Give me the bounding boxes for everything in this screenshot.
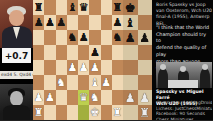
square-f8[interactable] — [89, 0, 100, 15]
white-queen-e2[interactable]: ♛ — [79, 92, 89, 103]
square-a5[interactable] — [33, 45, 44, 60]
move-list-fragment: exd4 5. Qxd4 e — [0, 71, 34, 79]
decorative-board-strip: ♚♝♟♟♟♟♜ — [123, 0, 152, 120]
square-h4[interactable] — [112, 60, 123, 75]
square-c5[interactable] — [56, 45, 67, 60]
deco-piece: ♟ — [139, 91, 150, 103]
square-c3[interactable]: ♞ — [56, 75, 67, 90]
square-e7[interactable] — [78, 15, 89, 30]
square-a8[interactable]: ♜ — [33, 0, 44, 15]
square-c7[interactable]: ♟ — [56, 15, 67, 30]
square-h5[interactable] — [112, 45, 123, 60]
deco-square — [138, 45, 153, 60]
square-f5[interactable]: ♟ — [89, 45, 100, 60]
deco-square: ♝ — [123, 15, 138, 30]
square-f7[interactable] — [89, 15, 100, 30]
chess-board: ♜♝♛♜♟♟♟♟♞♟♞♟♟♟♟♞♝♟♟♟♛♞♜♚♜ — [33, 0, 123, 120]
square-f1[interactable]: ♚ — [89, 105, 100, 120]
link-chesscom: Chess.com: AspiringDroid — [156, 100, 212, 106]
square-b7[interactable]: ♟ — [44, 15, 55, 30]
white-knight-c3[interactable]: ♞ — [56, 77, 66, 88]
white-pawn-g3[interactable]: ♟ — [101, 77, 111, 88]
square-a3[interactable] — [33, 75, 44, 90]
white-pawn-b2[interactable]: ♟ — [45, 92, 55, 103]
deco-square: ♚ — [123, 0, 138, 15]
deco-piece: ♟ — [125, 31, 136, 43]
deco-square — [123, 60, 138, 75]
black-pawn-a7[interactable]: ♟ — [34, 17, 44, 28]
photo-figure-head — [180, 66, 186, 72]
square-d2[interactable] — [67, 90, 78, 105]
square-a2[interactable]: ♟ — [33, 90, 44, 105]
deco-square — [138, 0, 153, 15]
black-bishop-d8[interactable]: ♝ — [67, 2, 77, 13]
square-g1[interactable] — [101, 105, 112, 120]
square-b3[interactable] — [44, 75, 55, 90]
square-g5[interactable] — [101, 45, 112, 60]
deco-square: ♟ — [123, 30, 138, 45]
square-d1[interactable] — [67, 105, 78, 120]
square-h2[interactable] — [112, 90, 123, 105]
square-d6[interactable]: ♞ — [67, 30, 78, 45]
square-e2[interactable]: ♛ — [78, 90, 89, 105]
square-g8[interactable] — [101, 0, 112, 15]
black-knight-h6[interactable]: ♞ — [112, 32, 122, 43]
square-h6[interactable]: ♞ — [112, 30, 123, 45]
square-b8[interactable] — [44, 0, 55, 15]
photo-spassky-young — [0, 84, 33, 120]
photo-face — [9, 10, 24, 26]
square-f4[interactable]: ♟ — [89, 60, 100, 75]
black-pawn-e6[interactable]: ♟ — [79, 32, 89, 43]
square-e6[interactable]: ♟ — [78, 30, 89, 45]
black-pawn-b7[interactable]: ♟ — [45, 17, 55, 28]
square-g4[interactable] — [101, 60, 112, 75]
square-e4[interactable]: ♟ — [78, 60, 89, 75]
link-channel-name: Chess Miniatures — [156, 117, 212, 121]
deco-piece: ♝ — [125, 16, 136, 28]
deco-square: ♟ — [138, 30, 153, 45]
square-a6[interactable] — [33, 30, 44, 45]
square-c8[interactable] — [56, 0, 67, 15]
square-a1[interactable]: ♜ — [33, 105, 44, 120]
white-pawn-e4[interactable]: ♟ — [79, 62, 89, 73]
square-c4[interactable] — [56, 60, 67, 75]
photo-face — [10, 91, 23, 106]
deco-square — [123, 45, 138, 60]
black-pawn-h7[interactable]: ♟ — [112, 17, 122, 28]
white-rook-h1[interactable]: ♜ — [112, 107, 122, 118]
deco-piece: ♜ — [139, 106, 150, 118]
square-b4[interactable] — [44, 60, 55, 75]
deco-square: ♟ — [138, 90, 153, 105]
white-king-f1[interactable]: ♚ — [90, 107, 100, 118]
white-pawn-d4[interactable]: ♟ — [67, 62, 77, 73]
engine-eval-value: +0.7 — [5, 51, 28, 61]
square-f2[interactable]: ♞ — [89, 90, 100, 105]
black-rook-h8[interactable]: ♜ — [112, 2, 122, 13]
square-c6[interactable] — [56, 30, 67, 45]
square-g2[interactable] — [101, 90, 112, 105]
square-f6[interactable] — [89, 30, 100, 45]
square-h8[interactable]: ♜ — [112, 0, 123, 15]
photo-figure — [158, 68, 168, 88]
white-bishop-f3[interactable]: ♝ — [90, 77, 100, 88]
white-pawn-a2[interactable]: ♟ — [34, 92, 44, 103]
game-title: Boris Spassky vs Joop van Oosterom, Wch … — [156, 2, 212, 27]
white-knight-f2[interactable]: ♞ — [90, 92, 100, 103]
square-d8[interactable]: ♝ — [67, 0, 78, 15]
square-h7[interactable]: ♟ — [112, 15, 123, 30]
black-rook-a8[interactable]: ♜ — [34, 2, 44, 13]
photo-figure — [200, 68, 210, 88]
black-queen-e8[interactable]: ♛ — [79, 2, 89, 13]
square-h1[interactable]: ♜ — [112, 105, 123, 120]
square-e1[interactable] — [78, 105, 89, 120]
square-e5[interactable] — [78, 45, 89, 60]
black-pawn-c7[interactable]: ♟ — [56, 17, 66, 28]
photo-figure-head — [202, 64, 208, 70]
engine-eval-badge: +0.7 — [2, 48, 31, 63]
square-d5[interactable] — [67, 45, 78, 60]
white-rook-a1[interactable]: ♜ — [34, 107, 44, 118]
square-f3[interactable]: ♝ — [89, 75, 100, 90]
square-c1[interactable] — [56, 105, 67, 120]
square-b2[interactable]: ♟ — [44, 90, 55, 105]
square-a7[interactable]: ♟ — [33, 15, 44, 30]
square-g6[interactable] — [101, 30, 112, 45]
square-a4[interactable] — [33, 60, 44, 75]
square-d4[interactable]: ♟ — [67, 60, 78, 75]
deco-piece: ♟ — [125, 91, 136, 103]
video-thumbnail: +0.7 exd4 5. Qxd4 e ♜♝♛♜♟♟♟♟♞♟♞♟♟♟♟♞♝♟♟♟… — [0, 0, 213, 120]
square-d7[interactable] — [67, 15, 78, 30]
square-h3[interactable] — [112, 75, 123, 90]
square-g7[interactable] — [101, 15, 112, 30]
deco-square — [138, 60, 153, 75]
deco-square — [123, 75, 138, 90]
square-b6[interactable] — [44, 30, 55, 45]
deco-square: ♜ — [138, 105, 153, 120]
channel-links: Chess.com: AspiringDroid Lichess: JustCh… — [156, 100, 212, 120]
black-pawn-f5[interactable]: ♟ — [90, 47, 100, 58]
deco-piece: ♚ — [125, 1, 136, 13]
square-e8[interactable]: ♛ — [78, 0, 89, 15]
square-e3[interactable] — [78, 75, 89, 90]
deco-square — [138, 15, 153, 30]
photo-figure-head — [160, 64, 166, 70]
photo-spassky-vs-farre — [156, 62, 212, 88]
deco-square — [123, 105, 138, 120]
info-text-area: Boris Spassky vs Joop van Oosterom, Wch … — [154, 0, 213, 120]
photo-spassky-older — [0, 0, 33, 48]
link-facebook: Facebook: 90 Seconds — [156, 111, 212, 117]
square-b1[interactable] — [44, 105, 55, 120]
info-panel: ♚♝♟♟♟♟♜ Boris Spassky vs Joop van Ooster… — [123, 0, 213, 120]
square-c2[interactable] — [56, 90, 67, 105]
square-b5[interactable] — [44, 45, 55, 60]
square-d3[interactable] — [67, 75, 78, 90]
deco-piece: ♟ — [139, 31, 150, 43]
black-knight-d6[interactable]: ♞ — [67, 32, 77, 43]
deco-square: ♟ — [123, 90, 138, 105]
deco-square — [138, 75, 153, 90]
square-g3[interactable]: ♟ — [101, 75, 112, 90]
photo-suit — [3, 105, 30, 120]
white-pawn-f4[interactable]: ♟ — [90, 62, 100, 73]
photo-chess-table — [168, 80, 198, 88]
